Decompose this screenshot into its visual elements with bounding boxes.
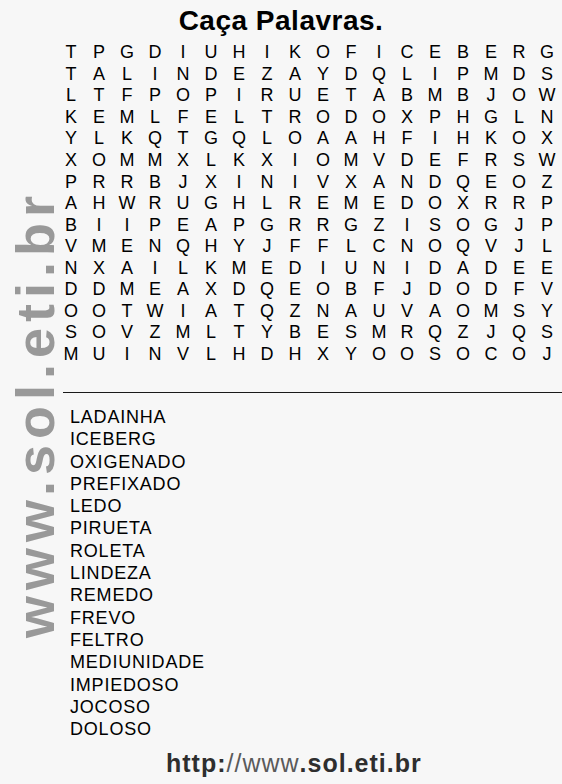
grid-cell-r13c5[interactable]: I	[169, 301, 197, 323]
word-list-item: JOCOSO	[70, 696, 205, 718]
grid-cell-r4c15[interactable]: H	[449, 107, 477, 129]
grid-cell-r3c8[interactable]: R	[253, 85, 281, 107]
grid-cell-r4c17[interactable]: L	[505, 107, 533, 129]
grid-cell-r7c1[interactable]: P	[57, 171, 85, 193]
grid-cell-r12c14[interactable]: D	[421, 279, 449, 301]
word-list-item: LADAINHA	[70, 406, 205, 428]
grid-cell-r12c17[interactable]: F	[505, 279, 533, 301]
grid-cell-r4c3[interactable]: M	[113, 107, 141, 129]
grid-cell-r6c6[interactable]: L	[197, 150, 225, 172]
grid-cell-r8c12[interactable]: E	[365, 193, 393, 215]
grid-cell-r9c15[interactable]: O	[449, 214, 477, 236]
grid-cell-r4c14[interactable]: P	[421, 107, 449, 129]
grid-cell-r15c9[interactable]: H	[281, 344, 309, 366]
grid-cell-r10c11[interactable]: L	[337, 236, 365, 258]
grid-cell-r2c3[interactable]: L	[113, 64, 141, 86]
grid-cell-r12c10[interactable]: O	[309, 279, 337, 301]
grid-cell-r9c5[interactable]: E	[169, 214, 197, 236]
grid-cell-r1c13[interactable]: C	[393, 42, 421, 64]
grid-cell-r15c12[interactable]: O	[365, 344, 393, 366]
grid-cell-r13c11[interactable]: A	[337, 301, 365, 323]
grid-cell-r6c13[interactable]: D	[393, 150, 421, 172]
grid-cell-r4c7[interactable]: L	[225, 107, 253, 129]
grid-cell-r2c8[interactable]: Z	[253, 64, 281, 86]
grid-cell-r2c11[interactable]: D	[337, 64, 365, 86]
grid-cell-r5c3[interactable]: K	[113, 128, 141, 150]
grid-cell-r13c12[interactable]: U	[365, 301, 393, 323]
grid-cell-r5c10[interactable]: A	[309, 128, 337, 150]
grid-cell-r10c16[interactable]: V	[477, 236, 505, 258]
grid-cell-r15c16[interactable]: C	[477, 344, 505, 366]
grid-cell-r4c12[interactable]: O	[365, 107, 393, 129]
footer-url-link[interactable]: http://www.sol.eti.br	[166, 749, 422, 778]
grid-cell-r7c16[interactable]: E	[477, 171, 505, 193]
grid-cell-r13c1[interactable]: O	[57, 301, 85, 323]
grid-cell-r3c12[interactable]: A	[365, 85, 393, 107]
word-list-item: OXIGENADO	[70, 451, 205, 473]
word-list-item: FELTRO	[70, 629, 205, 651]
word-list-item: IMPIEDOSO	[70, 674, 205, 696]
grid-cell-r6c7[interactable]: K	[225, 150, 253, 172]
grid-cell-r6c10[interactable]: O	[309, 150, 337, 172]
grid-cell-r1c14[interactable]: E	[421, 42, 449, 64]
grid-cell-r11c15[interactable]: A	[449, 257, 477, 279]
grid-cell-r13c13[interactable]: V	[393, 301, 421, 323]
grid-cell-r12c2[interactable]: D	[85, 279, 113, 301]
grid-cell-r10c4[interactable]: N	[141, 236, 169, 258]
grid-cell-r12c11[interactable]: B	[337, 279, 365, 301]
grid-cell-r5c8[interactable]: L	[253, 128, 281, 150]
grid-cell-r14c4[interactable]: Z	[141, 322, 169, 344]
grid-cell-r11c6[interactable]: K	[197, 257, 225, 279]
grid-cell-r7c8[interactable]: N	[253, 171, 281, 193]
grid-cell-r3c7[interactable]: I	[225, 85, 253, 107]
grid-cell-r14c9[interactable]: B	[281, 322, 309, 344]
grid-cell-r8c3[interactable]: W	[113, 193, 141, 215]
grid-cell-r6c14[interactable]: E	[421, 150, 449, 172]
grid-cell-r2c6[interactable]: D	[197, 64, 225, 86]
grid-cell-r7c10[interactable]: V	[309, 171, 337, 193]
grid-cell-r7c18[interactable]: Z	[533, 171, 561, 193]
grid-cell-r14c13[interactable]: R	[393, 322, 421, 344]
grid-cell-r7c7[interactable]: I	[225, 171, 253, 193]
grid-cell-r11c18[interactable]: E	[533, 257, 561, 279]
grid-cell-r1c1[interactable]: T	[57, 42, 85, 64]
grid-cell-r4c16[interactable]: G	[477, 107, 505, 129]
grid-cell-r13c16[interactable]: M	[477, 301, 505, 323]
grid-cell-r11c3[interactable]: A	[113, 257, 141, 279]
footer-url-scheme: http:	[166, 749, 227, 777]
grid-cell-r9c6[interactable]: A	[197, 214, 225, 236]
grid-cell-r12c13[interactable]: J	[393, 279, 421, 301]
grid-cell-r8c9[interactable]: R	[281, 193, 309, 215]
grid-cell-r2c14[interactable]: I	[421, 64, 449, 86]
grid-cell-r6c12[interactable]: V	[365, 150, 393, 172]
grid-cell-r8c16[interactable]: R	[477, 193, 505, 215]
grid-cell-r11c14[interactable]: D	[421, 257, 449, 279]
grid-cell-r8c10[interactable]: E	[309, 193, 337, 215]
grid-cell-r11c8[interactable]: E	[253, 257, 281, 279]
grid-cell-r4c13[interactable]: X	[393, 107, 421, 129]
grid-cell-r1c12[interactable]: I	[365, 42, 393, 64]
word-list-item: REMEDO	[70, 584, 205, 606]
grid-cell-r12c18[interactable]: V	[533, 279, 561, 301]
grid-cell-r9c14[interactable]: S	[421, 214, 449, 236]
grid-cell-r10c18[interactable]: L	[533, 236, 561, 258]
grid-cell-r5c6[interactable]: G	[197, 128, 225, 150]
grid-cell-r2c4[interactable]: I	[141, 64, 169, 86]
grid-cell-r2c13[interactable]: L	[393, 64, 421, 86]
grid-cell-r15c18[interactable]: J	[533, 344, 561, 366]
grid-cell-r9c7[interactable]: P	[225, 214, 253, 236]
grid-cell-r8c6[interactable]: G	[197, 193, 225, 215]
grid-cell-r10c3[interactable]: E	[113, 236, 141, 258]
grid-cell-r13c17[interactable]: S	[505, 301, 533, 323]
grid-cell-r5c4[interactable]: Q	[141, 128, 169, 150]
grid-cell-r8c5[interactable]: U	[169, 193, 197, 215]
grid-cell-r10c13[interactable]: N	[393, 236, 421, 258]
grid-cell-r9c8[interactable]: G	[253, 214, 281, 236]
grid-cell-r7c9[interactable]: I	[281, 171, 309, 193]
grid-cell-r14c8[interactable]: Y	[253, 322, 281, 344]
grid-cell-r6c11[interactable]: M	[337, 150, 365, 172]
grid-cell-r9c18[interactable]: P	[533, 214, 561, 236]
grid-cell-r1c3[interactable]: G	[113, 42, 141, 64]
grid-cell-r12c4[interactable]: E	[141, 279, 169, 301]
grid-cell-r4c1[interactable]: K	[57, 107, 85, 129]
grid-cell-r9c13[interactable]: I	[393, 214, 421, 236]
grid-cell-r14c10[interactable]: E	[309, 322, 337, 344]
grid-cell-r5c1[interactable]: Y	[57, 128, 85, 150]
word-list-item: MEDIUNIDADE	[70, 651, 205, 673]
grid-cell-r11c7[interactable]: M	[225, 257, 253, 279]
grid-cell-r13c15[interactable]: O	[449, 301, 477, 323]
grid-cell-r7c13[interactable]: N	[393, 171, 421, 193]
grid-cell-r13c7[interactable]: T	[225, 301, 253, 323]
grid-cell-r2c17[interactable]: D	[505, 64, 533, 86]
grid-cell-r2c15[interactable]: P	[449, 64, 477, 86]
grid-cell-r2c16[interactable]: M	[477, 64, 505, 86]
grid-cell-r15c13[interactable]: O	[393, 344, 421, 366]
grid-cell-r7c15[interactable]: Q	[449, 171, 477, 193]
grid-cell-r7c4[interactable]: B	[141, 171, 169, 193]
grid-cell-r9c2[interactable]: I	[85, 214, 113, 236]
page-title: Caça Palavras.	[0, 4, 562, 38]
grid-cell-r13c9[interactable]: Z	[281, 301, 309, 323]
grid-cell-r10c2[interactable]: M	[85, 236, 113, 258]
grid-cell-r5c5[interactable]: T	[169, 128, 197, 150]
grid-cell-r9c17[interactable]: J	[505, 214, 533, 236]
grid-cell-r8c1[interactable]: A	[57, 193, 85, 215]
grid-cell-r4c18[interactable]: N	[533, 107, 561, 129]
grid-cell-r14c5[interactable]: M	[169, 322, 197, 344]
grid-cell-r13c10[interactable]: N	[309, 301, 337, 323]
grid-cell-r9c11[interactable]: G	[337, 214, 365, 236]
grid-cell-r8c13[interactable]: D	[393, 193, 421, 215]
grid-cell-r8c17[interactable]: R	[505, 193, 533, 215]
grid-cell-r6c1[interactable]: X	[57, 150, 85, 172]
grid-cell-r14c16[interactable]: J	[477, 322, 505, 344]
grid-cell-r3c5[interactable]: O	[169, 85, 197, 107]
grid-cell-r4c4[interactable]: L	[141, 107, 169, 129]
grid-cell-r9c4[interactable]: P	[141, 214, 169, 236]
grid-cell-r13c6[interactable]: A	[197, 301, 225, 323]
grid-cell-r9c3[interactable]: I	[113, 214, 141, 236]
grid-cell-r8c18[interactable]: P	[533, 193, 561, 215]
word-list: LADAINHAICEBERGOXIGENADOPREFIXADOLEDOPIR…	[70, 406, 205, 740]
grid-cell-r3c2[interactable]: T	[85, 85, 113, 107]
grid-cell-r11c1[interactable]: N	[57, 257, 85, 279]
grid-cell-r7c12[interactable]: A	[365, 171, 393, 193]
grid-cell-r10c12[interactable]: C	[365, 236, 393, 258]
grid-cell-r6c18[interactable]: W	[533, 150, 561, 172]
grid-cell-r2c5[interactable]: N	[169, 64, 197, 86]
grid-cell-r5c13[interactable]: F	[393, 128, 421, 150]
grid-cell-r14c12[interactable]: M	[365, 322, 393, 344]
grid-cell-r6c8[interactable]: X	[253, 150, 281, 172]
grid-cell-r8c11[interactable]: M	[337, 193, 365, 215]
grid-cell-r13c2[interactable]: O	[85, 301, 113, 323]
grid-cell-r2c12[interactable]: Q	[365, 64, 393, 86]
grid-cell-r14c3[interactable]: V	[113, 322, 141, 344]
grid-cell-r13c18[interactable]: Y	[533, 301, 561, 323]
grid-cell-r3c1[interactable]: L	[57, 85, 85, 107]
grid-cell-r8c4[interactable]: R	[141, 193, 169, 215]
grid-cell-r10c1[interactable]: V	[57, 236, 85, 258]
sidebar-watermark: www.sol.eti.br	[8, 190, 62, 638]
word-list-item: FREVO	[70, 607, 205, 629]
grid-cell-r15c17[interactable]: O	[505, 344, 533, 366]
grid-cell-r11c17[interactable]: E	[505, 257, 533, 279]
grid-cell-r6c4[interactable]: M	[141, 150, 169, 172]
grid-cell-r1c11[interactable]: F	[337, 42, 365, 64]
word-list-item: LEDO	[70, 495, 205, 517]
grid-cell-r15c4[interactable]: N	[141, 344, 169, 366]
grid-cell-r8c14[interactable]: O	[421, 193, 449, 215]
grid-cell-r14c11[interactable]: S	[337, 322, 365, 344]
grid-cell-r11c11[interactable]: U	[337, 257, 365, 279]
grid-cell-r2c9[interactable]: A	[281, 64, 309, 86]
grid-cell-r4c6[interactable]: E	[197, 107, 225, 129]
grid-cell-r3c15[interactable]: B	[449, 85, 477, 107]
grid-cell-r15c6[interactable]: L	[197, 344, 225, 366]
grid-cell-r2c18[interactable]: S	[533, 64, 561, 86]
grid-cell-r14c17[interactable]: Q	[505, 322, 533, 344]
grid-cell-r5c14[interactable]: I	[421, 128, 449, 150]
grid-cell-r3c17[interactable]: O	[505, 85, 533, 107]
grid-cell-r8c15[interactable]: X	[449, 193, 477, 215]
grid-cell-r6c5[interactable]: X	[169, 150, 197, 172]
grid-cell-r7c17[interactable]: O	[505, 171, 533, 193]
grid-cell-r4c10[interactable]: O	[309, 107, 337, 129]
grid-cell-r1c2[interactable]: P	[85, 42, 113, 64]
grid-cell-r11c16[interactable]: D	[477, 257, 505, 279]
grid-cell-r12c1[interactable]: D	[57, 279, 85, 301]
grid-cell-r5c17[interactable]: O	[505, 128, 533, 150]
grid-cell-r14c2[interactable]: O	[85, 322, 113, 344]
grid-cell-r9c9[interactable]: R	[281, 214, 309, 236]
grid-cell-r9c10[interactable]: R	[309, 214, 337, 236]
grid-cell-r3c16[interactable]: J	[477, 85, 505, 107]
grid-cell-r3c14[interactable]: M	[421, 85, 449, 107]
grid-cell-r4c8[interactable]: T	[253, 107, 281, 129]
grid-cell-r7c2[interactable]: R	[85, 171, 113, 193]
grid-cell-r4c5[interactable]: F	[169, 107, 197, 129]
grid-cell-r10c5[interactable]: Q	[169, 236, 197, 258]
grid-cell-r10c6[interactable]: H	[197, 236, 225, 258]
word-list-item: LINDEZA	[70, 562, 205, 584]
grid-cell-r11c4[interactable]: I	[141, 257, 169, 279]
grid-cell-r1c17[interactable]: R	[505, 42, 533, 64]
grid-cell-r2c1[interactable]: T	[57, 64, 85, 86]
grid-cell-r8c7[interactable]: H	[225, 193, 253, 215]
grid-cell-r13c14[interactable]: A	[421, 301, 449, 323]
grid-cell-r5c11[interactable]: A	[337, 128, 365, 150]
grid-cell-r11c2[interactable]: X	[85, 257, 113, 279]
grid-cell-r1c6[interactable]: U	[197, 42, 225, 64]
grid-cell-r1c9[interactable]: K	[281, 42, 309, 64]
grid-cell-r9c16[interactable]: G	[477, 214, 505, 236]
grid-cell-r12c9[interactable]: E	[281, 279, 309, 301]
grid-cell-r3c3[interactable]: F	[113, 85, 141, 107]
word-list-item: ICEBERG	[70, 428, 205, 450]
grid-cell-r5c7[interactable]: Q	[225, 128, 253, 150]
grid-cell-r8c2[interactable]: H	[85, 193, 113, 215]
grid-cell-r15c3[interactable]: I	[113, 344, 141, 366]
word-search-grid: TPGDIUHIKOFICEBERGTALINDEZAYDQLIPMDSLTFP…	[57, 42, 561, 365]
grid-cell-r9c12[interactable]: Z	[365, 214, 393, 236]
grid-cell-r15c7[interactable]: H	[225, 344, 253, 366]
grid-cell-r3c6[interactable]: P	[197, 85, 225, 107]
grid-cell-r10c17[interactable]: J	[505, 236, 533, 258]
grid-cell-r15c14[interactable]: S	[421, 344, 449, 366]
grid-cell-r5c12[interactable]: H	[365, 128, 393, 150]
grid-cell-r1c5[interactable]: I	[169, 42, 197, 64]
grid-cell-r15c1[interactable]: M	[57, 344, 85, 366]
grid-cell-r4c2[interactable]: E	[85, 107, 113, 129]
grid-cell-r6c3[interactable]: M	[113, 150, 141, 172]
grid-cell-r1c8[interactable]: I	[253, 42, 281, 64]
grid-cell-r12c15[interactable]: O	[449, 279, 477, 301]
grid-cell-r5c9[interactable]: O	[281, 128, 309, 150]
grid-cell-r2c2[interactable]: A	[85, 64, 113, 86]
grid-cell-r5c15[interactable]: H	[449, 128, 477, 150]
grid-cell-r15c11[interactable]: Y	[337, 344, 365, 366]
grid-cell-r12c16[interactable]: D	[477, 279, 505, 301]
word-list-item: ROLETA	[70, 540, 205, 562]
grid-cell-r11c12[interactable]: N	[365, 257, 393, 279]
grid-cell-r14c18[interactable]: S	[533, 322, 561, 344]
grid-cell-r14c14[interactable]: Q	[421, 322, 449, 344]
grid-cell-r10c8[interactable]: J	[253, 236, 281, 258]
grid-cell-r5c2[interactable]: L	[85, 128, 113, 150]
grid-cell-r1c4[interactable]: D	[141, 42, 169, 64]
grid-cell-r1c18[interactable]: G	[533, 42, 561, 64]
grid-cell-r11c9[interactable]: D	[281, 257, 309, 279]
footer-url-domain: .sol.eti.br	[300, 749, 422, 777]
grid-cell-r13c3[interactable]: T	[113, 301, 141, 323]
grid-cell-r3c13[interactable]: B	[393, 85, 421, 107]
grid-cell-r3c4[interactable]: P	[141, 85, 169, 107]
grid-cell-r6c17[interactable]: S	[505, 150, 533, 172]
grid-cell-r15c8[interactable]: D	[253, 344, 281, 366]
grid-cell-r3c10[interactable]: E	[309, 85, 337, 107]
grid-cell-r3c11[interactable]: T	[337, 85, 365, 107]
grid-cell-r7c6[interactable]: X	[197, 171, 225, 193]
grid-cell-r1c10[interactable]: O	[309, 42, 337, 64]
footer-url-www: //www	[227, 749, 300, 777]
grid-cell-r1c16[interactable]: E	[477, 42, 505, 64]
grid-cell-r13c8[interactable]: Q	[253, 301, 281, 323]
grid-cell-r15c15[interactable]: O	[449, 344, 477, 366]
grid-cell-r12c3[interactable]: M	[113, 279, 141, 301]
grid-cell-r10c7[interactable]: Y	[225, 236, 253, 258]
grid-cell-r10c10[interactable]: F	[309, 236, 337, 258]
grid-cell-r15c2[interactable]: U	[85, 344, 113, 366]
grid-cell-r7c14[interactable]: D	[421, 171, 449, 193]
grid-cell-r11c5[interactable]: L	[169, 257, 197, 279]
grid-cell-r7c3[interactable]: R	[113, 171, 141, 193]
grid-cell-r12c6[interactable]: X	[197, 279, 225, 301]
grid-cell-r15c10[interactable]: X	[309, 344, 337, 366]
grid-cell-r10c15[interactable]: Q	[449, 236, 477, 258]
grid-cell-r12c12[interactable]: F	[365, 279, 393, 301]
grid-cell-r3c18[interactable]: W	[533, 85, 561, 107]
grid-cell-r7c5[interactable]: J	[169, 171, 197, 193]
grid-cell-r12c7[interactable]: D	[225, 279, 253, 301]
grid-cell-r14c1[interactable]: S	[57, 322, 85, 344]
grid-cell-r4c11[interactable]: D	[337, 107, 365, 129]
grid-cell-r10c9[interactable]: F	[281, 236, 309, 258]
grid-cell-r5c18[interactable]: X	[533, 128, 561, 150]
grid-cell-r1c7[interactable]: H	[225, 42, 253, 64]
word-list-item: PREFIXADO	[70, 473, 205, 495]
grid-cell-r13c4[interactable]: W	[141, 301, 169, 323]
grid-cell-r12c8[interactable]: Q	[253, 279, 281, 301]
grid-cell-r9c1[interactable]: B	[57, 214, 85, 236]
grid-cell-r6c16[interactable]: R	[477, 150, 505, 172]
grid-cell-r14c15[interactable]: Z	[449, 322, 477, 344]
grid-cell-r6c9[interactable]: I	[281, 150, 309, 172]
grid-cell-r2c10[interactable]: Y	[309, 64, 337, 86]
grid-cell-r6c2[interactable]: O	[85, 150, 113, 172]
grid-cell-r10c14[interactable]: O	[421, 236, 449, 258]
grid-cell-r14c6[interactable]: L	[197, 322, 225, 344]
grid-cell-r15c5[interactable]: V	[169, 344, 197, 366]
grid-cell-r11c13[interactable]: I	[393, 257, 421, 279]
grid-cell-r14c7[interactable]: T	[225, 322, 253, 344]
grid-cell-r3c9[interactable]: U	[281, 85, 309, 107]
grid-cell-r1c15[interactable]: B	[449, 42, 477, 64]
grid-cell-r8c8[interactable]: L	[253, 193, 281, 215]
grid-cell-r5c16[interactable]: K	[477, 128, 505, 150]
grid-cell-r4c9[interactable]: R	[281, 107, 309, 129]
word-list-item: DOLOSO	[70, 718, 205, 740]
grid-cell-r7c11[interactable]: X	[337, 171, 365, 193]
divider-line	[63, 392, 562, 393]
grid-cell-r11c10[interactable]: I	[309, 257, 337, 279]
grid-cell-r12c5[interactable]: A	[169, 279, 197, 301]
word-list-item: PIRUETA	[70, 517, 205, 539]
grid-cell-r2c7[interactable]: E	[225, 64, 253, 86]
grid-cell-r6c15[interactable]: F	[449, 150, 477, 172]
